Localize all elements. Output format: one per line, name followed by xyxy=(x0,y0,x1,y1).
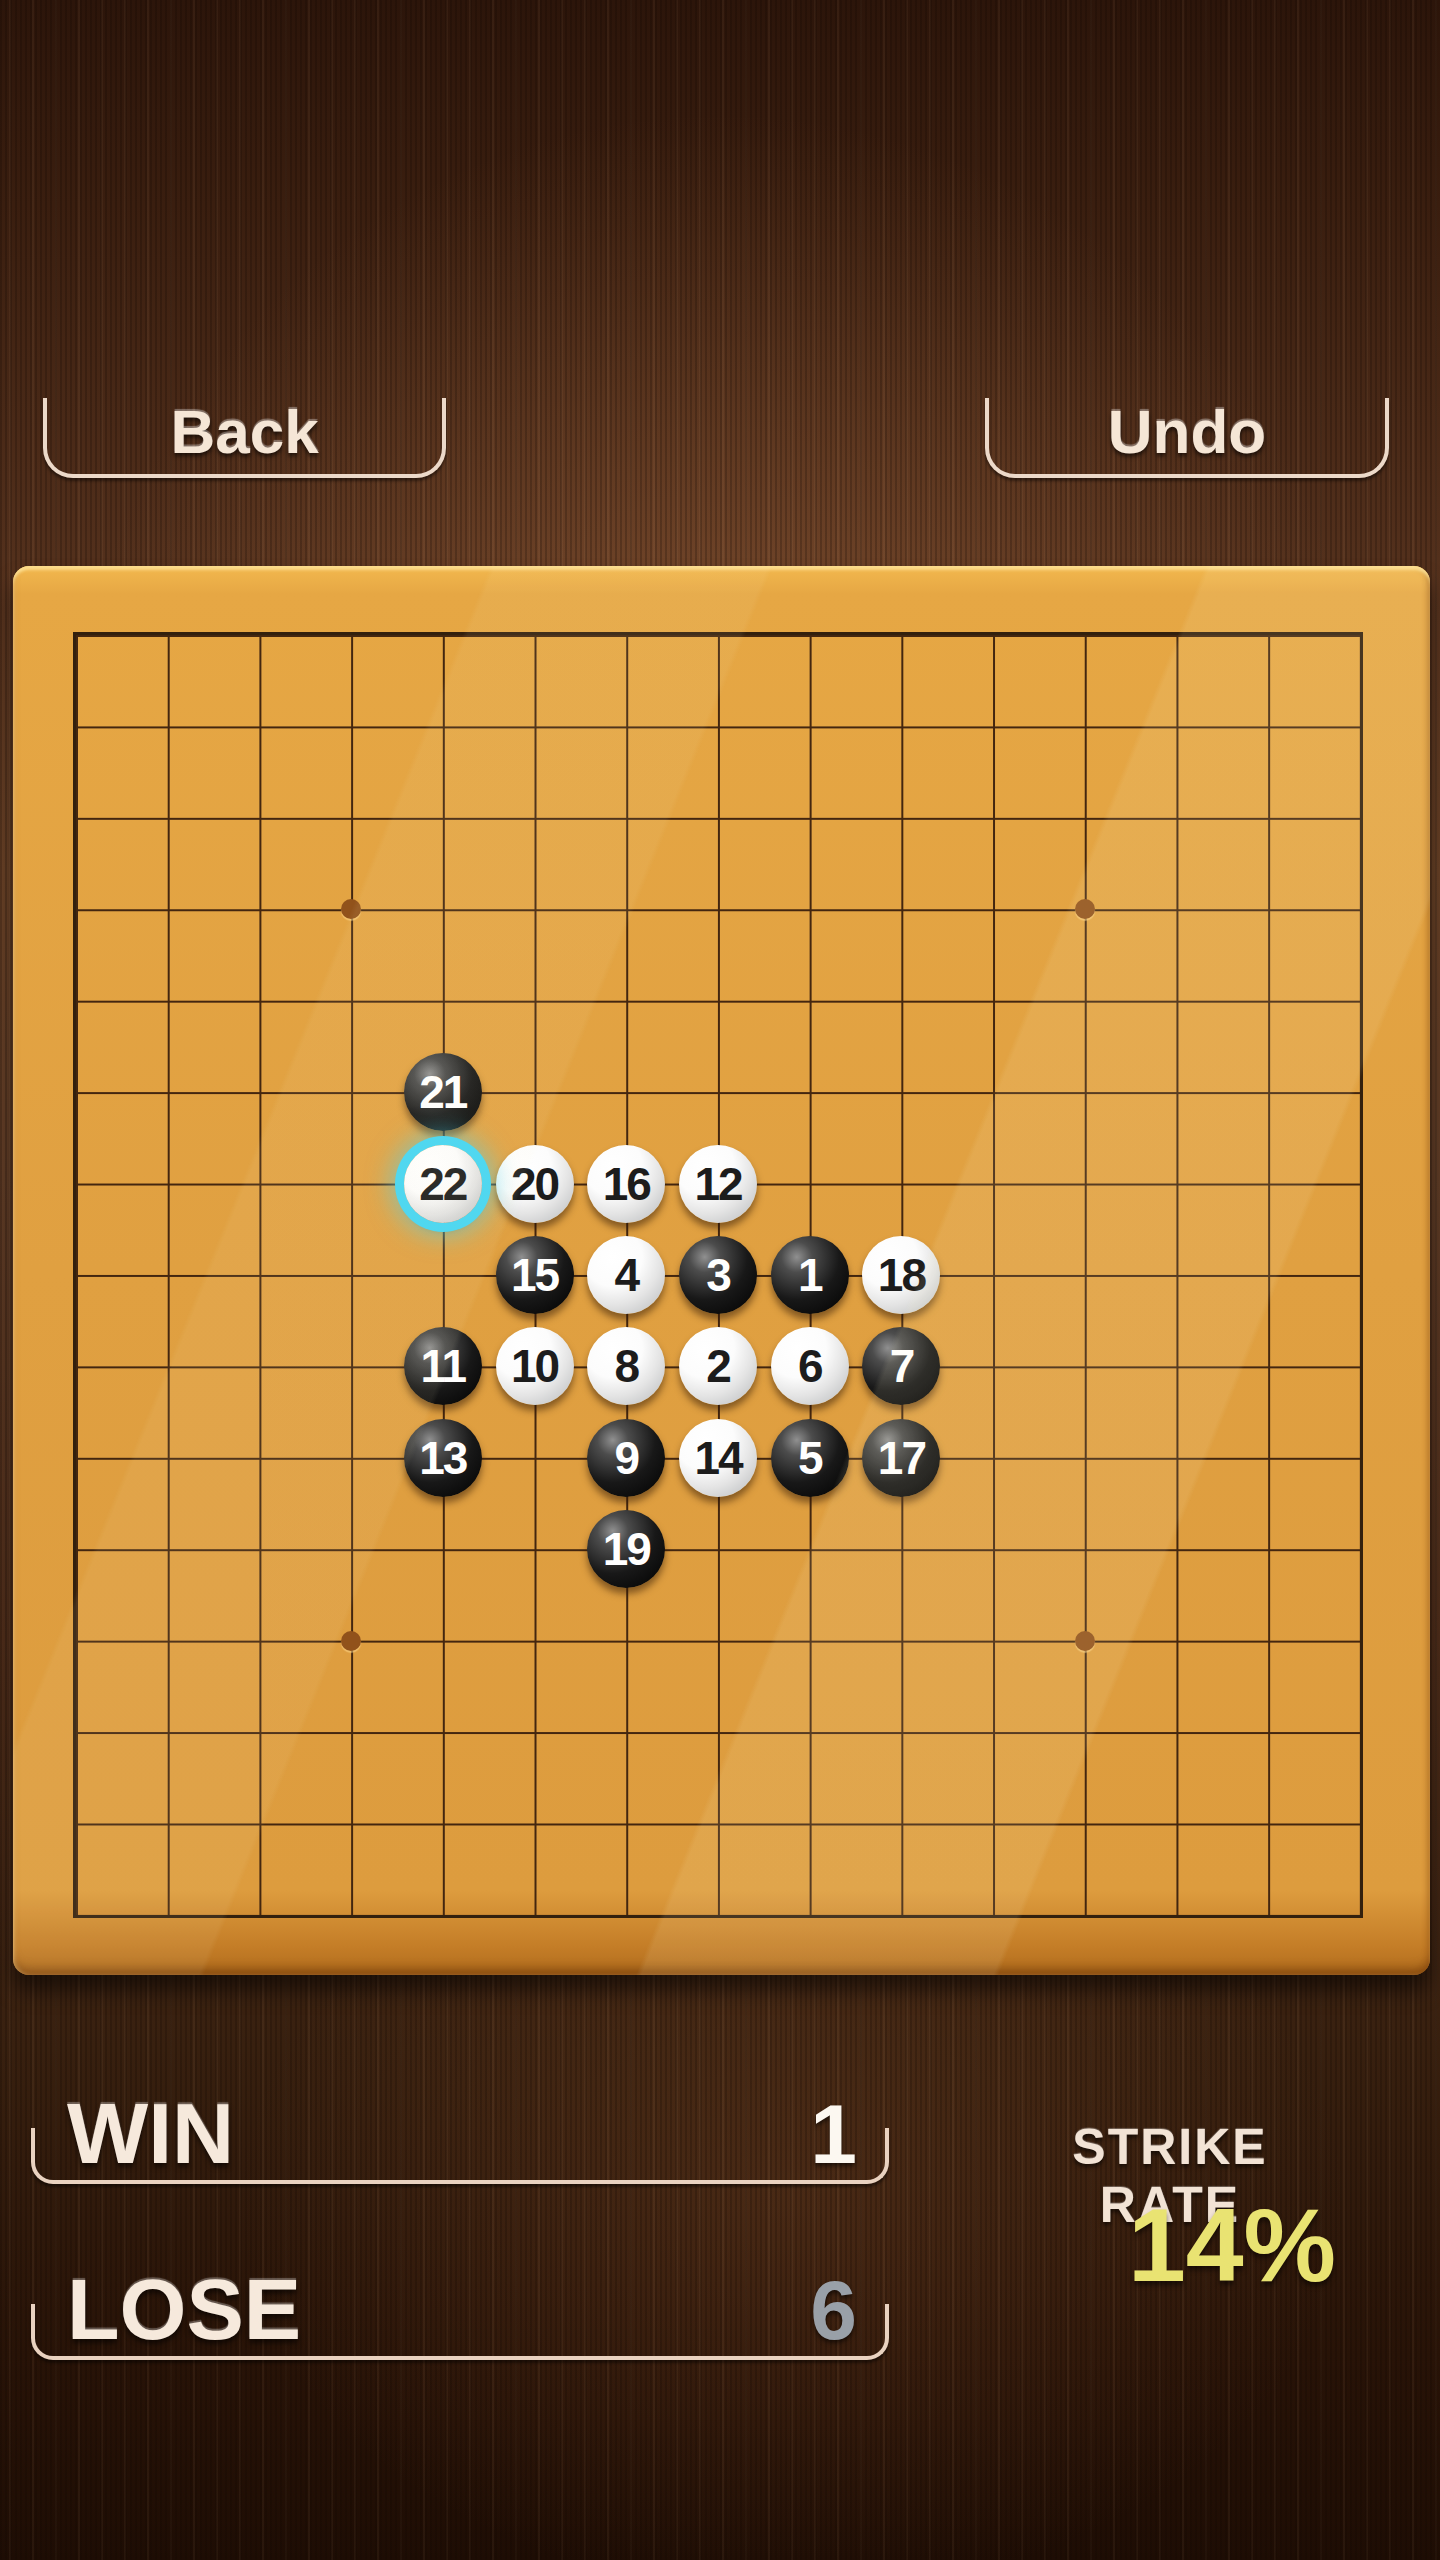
stone-3-black: 3 xyxy=(679,1236,757,1314)
stone-20-white: 20 xyxy=(496,1145,574,1223)
stone-18-white: 18 xyxy=(862,1236,940,1314)
stone-21-black: 21 xyxy=(404,1053,482,1131)
stone-22-white: 22 xyxy=(404,1145,482,1223)
stone-11-black: 11 xyxy=(404,1327,482,1405)
stone-17-black: 17 xyxy=(862,1419,940,1497)
lose-stat-row: LOSE 6 xyxy=(31,2304,889,2360)
stone-6-white: 6 xyxy=(771,1327,849,1405)
stone-5-black: 5 xyxy=(771,1419,849,1497)
back-button[interactable]: Back xyxy=(43,398,446,478)
stone-14-white: 14 xyxy=(679,1419,757,1497)
stone-8-white: 8 xyxy=(587,1327,665,1405)
goban-board[interactable]: 12345678910111213141516171819202122 xyxy=(13,566,1430,1975)
stone-9-black: 9 xyxy=(587,1419,665,1497)
star-point xyxy=(341,899,361,919)
star-point xyxy=(1075,1631,1095,1651)
stone-13-black: 13 xyxy=(404,1419,482,1497)
undo-button[interactable]: Undo xyxy=(985,398,1389,478)
stone-2-white: 2 xyxy=(679,1327,757,1405)
app-screen: Back Undo 123456789101112131415161718192… xyxy=(0,0,1440,2560)
stone-15-black: 15 xyxy=(496,1236,574,1314)
lose-label: LOSE xyxy=(67,2266,301,2352)
stone-7-black: 7 xyxy=(862,1327,940,1405)
star-point xyxy=(341,1631,361,1651)
stones-layer: 12345678910111213141516171819202122 xyxy=(76,635,1360,1915)
star-point xyxy=(1075,899,1095,919)
win-label: WIN xyxy=(67,2090,234,2176)
strike-rate-value: 14% xyxy=(1062,2186,1402,2305)
stone-1-black: 1 xyxy=(771,1236,849,1314)
stone-16-white: 16 xyxy=(587,1145,665,1223)
lose-value: 6 xyxy=(810,2268,857,2352)
stone-19-black: 19 xyxy=(587,1510,665,1588)
win-stat-row: WIN 1 xyxy=(31,2128,889,2184)
stone-12-white: 12 xyxy=(679,1145,757,1223)
win-value: 1 xyxy=(810,2092,857,2176)
stone-4-white: 4 xyxy=(587,1236,665,1314)
stone-10-white: 10 xyxy=(496,1327,574,1405)
